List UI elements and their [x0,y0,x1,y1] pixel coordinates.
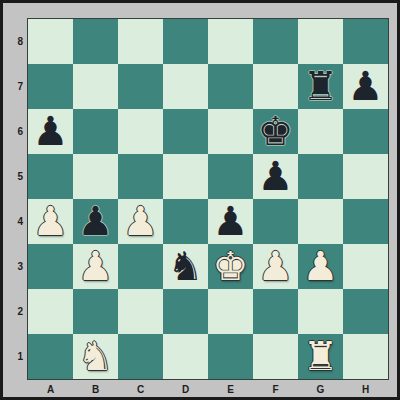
square-g1[interactable]: ♜ [298,334,343,379]
square-a8[interactable] [28,19,73,64]
square-h2[interactable] [343,289,388,334]
square-f8[interactable] [253,19,298,64]
black-king[interactable]: ♚ [258,111,294,151]
square-e4[interactable]: ♟ [208,199,253,244]
square-e2[interactable] [208,289,253,334]
file-label-e: E [208,384,253,398]
square-a1[interactable] [28,334,73,379]
rank-label-3: 3 [3,244,25,289]
square-b7[interactable] [73,64,118,109]
white-pawn[interactable]: ♟ [123,201,159,241]
square-h3[interactable] [343,244,388,289]
square-c5[interactable] [118,154,163,199]
square-h8[interactable] [343,19,388,64]
square-h1[interactable] [343,334,388,379]
square-d3[interactable]: ♞ [163,244,208,289]
file-label-a: A [28,384,73,398]
square-d4[interactable] [163,199,208,244]
square-f6[interactable]: ♚ [253,109,298,154]
square-g4[interactable] [298,199,343,244]
black-pawn[interactable]: ♟ [78,201,114,241]
chess-board: ♜♟♟♚♟♟♟♟♟♟♞♚♟♟♞♜ [27,18,389,380]
square-d2[interactable] [163,289,208,334]
square-d6[interactable] [163,109,208,154]
square-a5[interactable] [28,154,73,199]
square-g7[interactable]: ♜ [298,64,343,109]
square-c4[interactable]: ♟ [118,199,163,244]
file-label-d: D [163,384,208,398]
square-e8[interactable] [208,19,253,64]
square-a4[interactable]: ♟ [28,199,73,244]
file-label-h: H [343,384,388,398]
square-c3[interactable] [118,244,163,289]
white-knight[interactable]: ♞ [78,336,114,376]
square-e3[interactable]: ♚ [208,244,253,289]
square-b4[interactable]: ♟ [73,199,118,244]
file-label-c: C [118,384,163,398]
black-pawn[interactable]: ♟ [258,156,294,196]
square-f3[interactable]: ♟ [253,244,298,289]
square-c6[interactable] [118,109,163,154]
square-h4[interactable] [343,199,388,244]
square-d5[interactable] [163,154,208,199]
square-f1[interactable] [253,334,298,379]
white-pawn[interactable]: ♟ [78,246,114,286]
black-knight[interactable]: ♞ [168,246,204,286]
square-a7[interactable] [28,64,73,109]
chess-board-window: ♜♟♟♚♟♟♟♟♟♟♞♚♟♟♞♜ 87654321 ABCDEFGH [0,0,400,400]
white-pawn[interactable]: ♟ [33,201,69,241]
rank-label-7: 7 [3,64,25,109]
square-g3[interactable]: ♟ [298,244,343,289]
rank-label-5: 5 [3,154,25,199]
square-c1[interactable] [118,334,163,379]
square-f2[interactable] [253,289,298,334]
white-pawn[interactable]: ♟ [258,246,294,286]
square-e1[interactable] [208,334,253,379]
square-e7[interactable] [208,64,253,109]
square-h6[interactable] [343,109,388,154]
square-c7[interactable] [118,64,163,109]
square-b1[interactable]: ♞ [73,334,118,379]
square-e6[interactable] [208,109,253,154]
square-c8[interactable] [118,19,163,64]
square-g5[interactable] [298,154,343,199]
rank-label-1: 1 [3,334,25,379]
square-a3[interactable] [28,244,73,289]
square-d7[interactable] [163,64,208,109]
black-rook[interactable]: ♜ [303,66,339,106]
square-f7[interactable] [253,64,298,109]
square-c2[interactable] [118,289,163,334]
rank-label-4: 4 [3,199,25,244]
square-b2[interactable] [73,289,118,334]
square-g2[interactable] [298,289,343,334]
square-g8[interactable] [298,19,343,64]
square-a2[interactable] [28,289,73,334]
black-pawn[interactable]: ♟ [348,66,384,106]
square-b8[interactable] [73,19,118,64]
square-b3[interactable]: ♟ [73,244,118,289]
white-king[interactable]: ♚ [213,246,249,286]
square-h7[interactable]: ♟ [343,64,388,109]
square-d8[interactable] [163,19,208,64]
white-rook[interactable]: ♜ [303,336,339,376]
square-b5[interactable] [73,154,118,199]
rank-label-6: 6 [3,109,25,154]
black-pawn[interactable]: ♟ [33,111,69,151]
square-g6[interactable] [298,109,343,154]
square-h5[interactable] [343,154,388,199]
square-f4[interactable] [253,199,298,244]
square-a6[interactable]: ♟ [28,109,73,154]
file-label-f: F [253,384,298,398]
square-d1[interactable] [163,334,208,379]
square-f5[interactable]: ♟ [253,154,298,199]
black-pawn[interactable]: ♟ [213,201,249,241]
rank-label-8: 8 [3,19,25,64]
square-b6[interactable] [73,109,118,154]
file-label-g: G [298,384,343,398]
square-e5[interactable] [208,154,253,199]
white-pawn[interactable]: ♟ [303,246,339,286]
rank-label-2: 2 [3,289,25,334]
file-label-b: B [73,384,118,398]
